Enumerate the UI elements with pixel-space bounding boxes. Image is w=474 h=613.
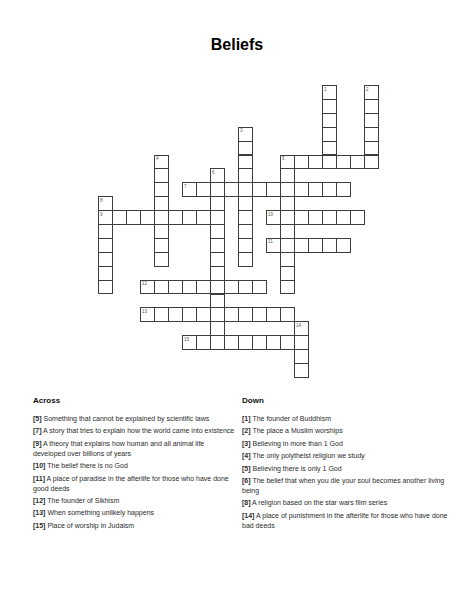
clue-number-15: 15	[184, 337, 189, 342]
grid-cell-r18c14[interactable]	[294, 335, 309, 350]
grid-cell-r13c13[interactable]	[280, 266, 295, 281]
clue-8-down: [8] A religion based on the star wars fi…	[242, 498, 450, 508]
grid-cell-r17c14[interactable]: 14	[294, 321, 309, 336]
grid-cell-r8c8[interactable]	[210, 196, 225, 211]
grid-cell-r16c11[interactable]	[252, 307, 267, 322]
grid-cell-r9c15[interactable]	[308, 210, 323, 225]
grid-cell-r18c9[interactable]	[224, 335, 239, 350]
grid-cell-r7c13[interactable]	[280, 182, 295, 197]
grid-cell-r5c14[interactable]	[294, 155, 309, 170]
clue-label-10-across: [10]	[33, 462, 45, 469]
grid-cell-r17c8[interactable]	[210, 321, 225, 336]
grid-cell-r14c5[interactable]	[168, 280, 183, 295]
grid-cell-r9c10[interactable]	[238, 210, 253, 225]
grid-cell-r0c19[interactable]: 2	[364, 85, 379, 100]
grid-cell-r19c14[interactable]	[294, 349, 309, 364]
clue-number-14: 14	[296, 323, 301, 328]
clue-number-9: 9	[100, 212, 103, 217]
clue-text-10-across: The belief there is no God	[45, 462, 127, 469]
clue-3-down: [3] Believing in more than 1 God	[242, 439, 450, 449]
clue-label-15-across: [15]	[33, 522, 45, 529]
grid-cell-r5c4[interactable]: 4	[154, 155, 169, 170]
grid-cell-r9c1[interactable]	[112, 210, 127, 225]
grid-cell-r12c13[interactable]	[280, 252, 295, 267]
clue-text-12-across: The founder of Sikhism	[45, 497, 119, 504]
clue-label-5-across: [5]	[33, 415, 42, 422]
clue-number-8: 8	[100, 198, 103, 203]
grid-cell-r14c10[interactable]	[238, 280, 253, 295]
worksheet-page: Beliefs 123456789101112131415 Across [5]…	[0, 0, 474, 613]
clue-number-6: 6	[212, 170, 215, 175]
grid-cell-r6c8[interactable]: 6	[210, 168, 225, 183]
clue-label-13-across: [13]	[33, 509, 45, 516]
grid-cell-r7c17[interactable]	[336, 182, 351, 197]
grid-cell-r6c10[interactable]	[238, 168, 253, 183]
grid-cell-r9c13[interactable]	[280, 210, 295, 225]
grid-cell-r13c0[interactable]	[98, 266, 113, 281]
grid-cell-r11c17[interactable]	[336, 238, 351, 253]
grid-cell-r16c4[interactable]	[154, 307, 169, 322]
clue-label-3-down: [3]	[242, 440, 251, 447]
grid-cell-r14c3[interactable]: 12	[140, 280, 155, 295]
clue-10-across: [10] The belief there is no God	[33, 461, 235, 471]
clue-text-2-down: The place a Muslim worships	[251, 427, 343, 434]
grid-cell-r7c6[interactable]: 7	[182, 182, 197, 197]
clue-label-4-down: [4]	[242, 452, 251, 459]
clue-label-8-down: [8]	[242, 499, 251, 506]
grid-cell-r5c15[interactable]	[308, 155, 323, 170]
grid-cell-r18c7[interactable]	[196, 335, 211, 350]
grid-cell-r7c7[interactable]	[196, 182, 211, 197]
grid-cell-r9c7[interactable]	[196, 210, 211, 225]
grid-cell-r4c10[interactable]	[238, 141, 253, 156]
clue-13-across: [13] When something unlikely happens	[33, 508, 235, 518]
grid-cell-r3c10[interactable]: 3	[238, 127, 253, 142]
clue-text-5-across: Something that cannot be explained by sc…	[42, 415, 210, 422]
clue-text-6-down: The belief that when you die your soul b…	[242, 477, 444, 494]
grid-cell-r9c5[interactable]	[168, 210, 183, 225]
clue-label-6-down: [6]	[242, 477, 251, 484]
clue-number-2: 2	[366, 87, 369, 92]
grid-cell-r8c0[interactable]: 8	[98, 196, 113, 211]
grid-cell-r9c16[interactable]	[322, 210, 337, 225]
clue-4-down: [4] The only polytheist religion we stud…	[242, 451, 450, 461]
grid-cell-r11c14[interactable]	[294, 238, 309, 253]
grid-cell-r14c11[interactable]	[252, 280, 267, 295]
clue-number-1: 1	[324, 87, 327, 92]
grid-cell-r5c16[interactable]	[322, 155, 337, 170]
grid-cell-r7c8[interactable]	[210, 182, 225, 197]
grid-cell-r10c13[interactable]	[280, 224, 295, 239]
grid-cell-r12c4[interactable]	[154, 252, 169, 267]
clue-label-1-down: [1]	[242, 415, 251, 422]
grid-cell-r14c7[interactable]	[196, 280, 211, 295]
clue-number-11: 11	[268, 239, 273, 244]
grid-cell-r11c10[interactable]	[238, 238, 253, 253]
grid-cell-r5c13[interactable]: 5	[280, 155, 295, 170]
grid-cell-r11c4[interactable]	[154, 238, 169, 253]
clue-6-down: [6] The belief that when you die your so…	[242, 476, 450, 496]
grid-cell-r12c8[interactable]	[210, 252, 225, 267]
clue-label-11-across: [11]	[33, 475, 45, 482]
clue-5-down: [5] Believing there is only 1 God	[242, 464, 450, 474]
grid-cell-r7c11[interactable]	[252, 182, 267, 197]
grid-cell-r14c8[interactable]	[210, 280, 225, 295]
grid-cell-r7c14[interactable]	[294, 182, 309, 197]
grid-cell-r5c18[interactable]	[350, 155, 365, 170]
clue-text-8-down: A religion based on the star wars film s…	[251, 499, 388, 506]
across-clues-section: Across [5] Something that cannot be expl…	[33, 396, 235, 533]
grid-cell-r15c8[interactable]	[210, 294, 225, 309]
grid-cell-r16c10[interactable]	[238, 307, 253, 322]
grid-cell-r7c12[interactable]	[266, 182, 281, 197]
clue-5-across: [5] Something that cannot be explained b…	[33, 414, 235, 424]
grid-cell-r11c13[interactable]	[280, 238, 295, 253]
clue-label-5-down: [5]	[242, 465, 251, 472]
clue-14-down: [14] A place of punishment in the afterl…	[242, 511, 450, 531]
clue-label-2-down: [2]	[242, 427, 251, 434]
grid-cell-r18c11[interactable]	[252, 335, 267, 350]
grid-cell-r12c0[interactable]	[98, 252, 113, 267]
grid-cell-r18c8[interactable]	[210, 335, 225, 350]
grid-cell-r10c10[interactable]	[238, 224, 253, 239]
clue-text-9-across: A theory that explains how human and all…	[33, 440, 204, 457]
grid-cell-r12c10[interactable]	[238, 252, 253, 267]
grid-cell-r3c16[interactable]	[322, 127, 337, 142]
grid-cell-r11c8[interactable]	[210, 238, 225, 253]
grid-cell-r9c0[interactable]: 9	[98, 210, 113, 225]
grid-cell-r16c8[interactable]	[210, 307, 225, 322]
grid-cell-r8c13[interactable]	[280, 196, 295, 211]
grid-cell-r9c3[interactable]	[140, 210, 155, 225]
across-clue-list: [5] Something that cannot be explained b…	[33, 414, 235, 531]
grid-cell-r20c14[interactable]	[294, 363, 309, 378]
crossword-grid: 123456789101112131415	[98, 85, 393, 378]
clue-text-1-down: The founder of Buddhism	[251, 415, 331, 422]
grid-cell-r14c6[interactable]	[182, 280, 197, 295]
clue-number-13: 13	[142, 309, 147, 314]
grid-cell-r14c13[interactable]	[280, 280, 295, 295]
grid-cell-r6c4[interactable]	[154, 168, 169, 183]
clue-number-10: 10	[268, 212, 273, 217]
down-clues-section: Down [1] The founder of Buddhism[2] The …	[242, 396, 450, 533]
grid-cell-r16c6[interactable]	[182, 307, 197, 322]
clue-9-across: [9] A theory that explains how human and…	[33, 439, 235, 459]
clue-number-12: 12	[142, 281, 147, 286]
grid-cell-r16c7[interactable]	[196, 307, 211, 322]
clue-text-4-down: The only polytheist religion we study	[251, 452, 365, 459]
grid-cell-r14c9[interactable]	[224, 280, 239, 295]
clue-2-down: [2] The place a Muslim worships	[242, 426, 450, 436]
clue-text-15-across: Place of worship in Judaism	[45, 522, 134, 529]
clue-number-4: 4	[156, 156, 159, 161]
grid-cell-r9c6[interactable]	[182, 210, 197, 225]
grid-cell-r9c4[interactable]	[154, 210, 169, 225]
grid-cell-r10c4[interactable]	[154, 224, 169, 239]
grid-cell-r10c0[interactable]	[98, 224, 113, 239]
grid-cell-r11c12[interactable]: 11	[266, 238, 281, 253]
down-clue-list: [1] The founder of Buddhism[2] The place…	[242, 414, 450, 531]
grid-cell-r16c3[interactable]: 13	[140, 307, 155, 322]
grid-cell-r9c8[interactable]	[210, 210, 225, 225]
clue-text-3-down: Believing in more than 1 God	[251, 440, 343, 447]
grid-cell-r11c0[interactable]	[98, 238, 113, 253]
grid-cell-r4c16[interactable]	[322, 141, 337, 156]
grid-cell-r11c15[interactable]	[308, 238, 323, 253]
clue-1-down: [1] The founder of Buddhism	[242, 414, 450, 424]
grid-cell-r9c18[interactable]	[350, 210, 365, 225]
grid-cell-r5c19[interactable]	[364, 155, 379, 170]
grid-cell-r7c15[interactable]	[308, 182, 323, 197]
grid-cell-r0c16[interactable]: 1	[322, 85, 337, 100]
clue-11-across: [11] A place of paradise in the afterlif…	[33, 474, 235, 494]
grid-cell-r9c14[interactable]	[294, 210, 309, 225]
grid-cell-r18c6[interactable]: 15	[182, 335, 197, 350]
grid-cell-r14c4[interactable]	[154, 280, 169, 295]
grid-cell-r9c2[interactable]	[126, 210, 141, 225]
clue-text-5-down: Believing there is only 1 God	[251, 465, 342, 472]
page-title: Beliefs	[0, 36, 474, 54]
clue-text-13-across: When something unlikely happens	[45, 509, 154, 516]
clue-label-7-across: [7]	[33, 427, 42, 434]
grid-cell-r7c4[interactable]	[154, 182, 169, 197]
clue-number-3: 3	[240, 128, 243, 133]
grid-cell-r7c16[interactable]	[322, 182, 337, 197]
grid-cell-r8c4[interactable]	[154, 196, 169, 211]
grid-cell-r4c19[interactable]	[364, 141, 379, 156]
clue-text-11-across: A place of paradise in the afterlife for…	[33, 475, 229, 492]
clue-label-14-down: [14]	[242, 512, 254, 519]
grid-cell-r16c5[interactable]	[168, 307, 183, 322]
grid-cell-r9c12[interactable]: 10	[266, 210, 281, 225]
grid-cell-r5c10[interactable]	[238, 155, 253, 170]
clue-label-9-across: [9]	[33, 440, 42, 447]
clue-number-7: 7	[184, 184, 187, 189]
grid-cell-r18c10[interactable]	[238, 335, 253, 350]
grid-cell-r2c19[interactable]	[364, 113, 379, 128]
grid-cell-r5c17[interactable]	[336, 155, 351, 170]
grid-cell-r10c8[interactable]	[210, 224, 225, 239]
grid-cell-r18c13[interactable]	[280, 335, 295, 350]
down-heading: Down	[242, 396, 450, 405]
grid-cell-r14c0[interactable]	[98, 280, 113, 295]
grid-cell-r2c16[interactable]	[322, 113, 337, 128]
grid-cell-r7c10[interactable]	[238, 182, 253, 197]
grid-cell-r13c8[interactable]	[210, 266, 225, 281]
grid-cell-r11c16[interactable]	[322, 238, 337, 253]
grid-cell-r3c19[interactable]	[364, 127, 379, 142]
grid-cell-r18c12[interactable]	[266, 335, 281, 350]
grid-cell-r16c9[interactable]	[224, 307, 239, 322]
clue-number-5: 5	[282, 156, 285, 161]
clue-12-across: [12] The founder of Sikhism	[33, 496, 235, 506]
grid-cell-r1c19[interactable]	[364, 99, 379, 114]
clue-7-across: [7] A story that tries to explain how th…	[33, 426, 235, 436]
grid-cell-r16c13[interactable]	[280, 307, 295, 322]
clue-text-7-across: A story that tries to explain how the wo…	[42, 427, 235, 434]
clue-text-14-down: A place of punishment in the afterlife f…	[242, 512, 447, 529]
grid-cell-r8c10[interactable]	[238, 196, 253, 211]
grid-cell-r1c16[interactable]	[322, 99, 337, 114]
clue-15-across: [15] Place of worship in Judaism	[33, 521, 235, 531]
across-heading: Across	[33, 396, 235, 405]
grid-cell-r16c12[interactable]	[266, 307, 281, 322]
grid-cell-r7c9[interactable]	[224, 182, 239, 197]
grid-cell-r9c17[interactable]	[336, 210, 351, 225]
grid-cell-r6c13[interactable]	[280, 168, 295, 183]
clue-label-12-across: [12]	[33, 497, 45, 504]
